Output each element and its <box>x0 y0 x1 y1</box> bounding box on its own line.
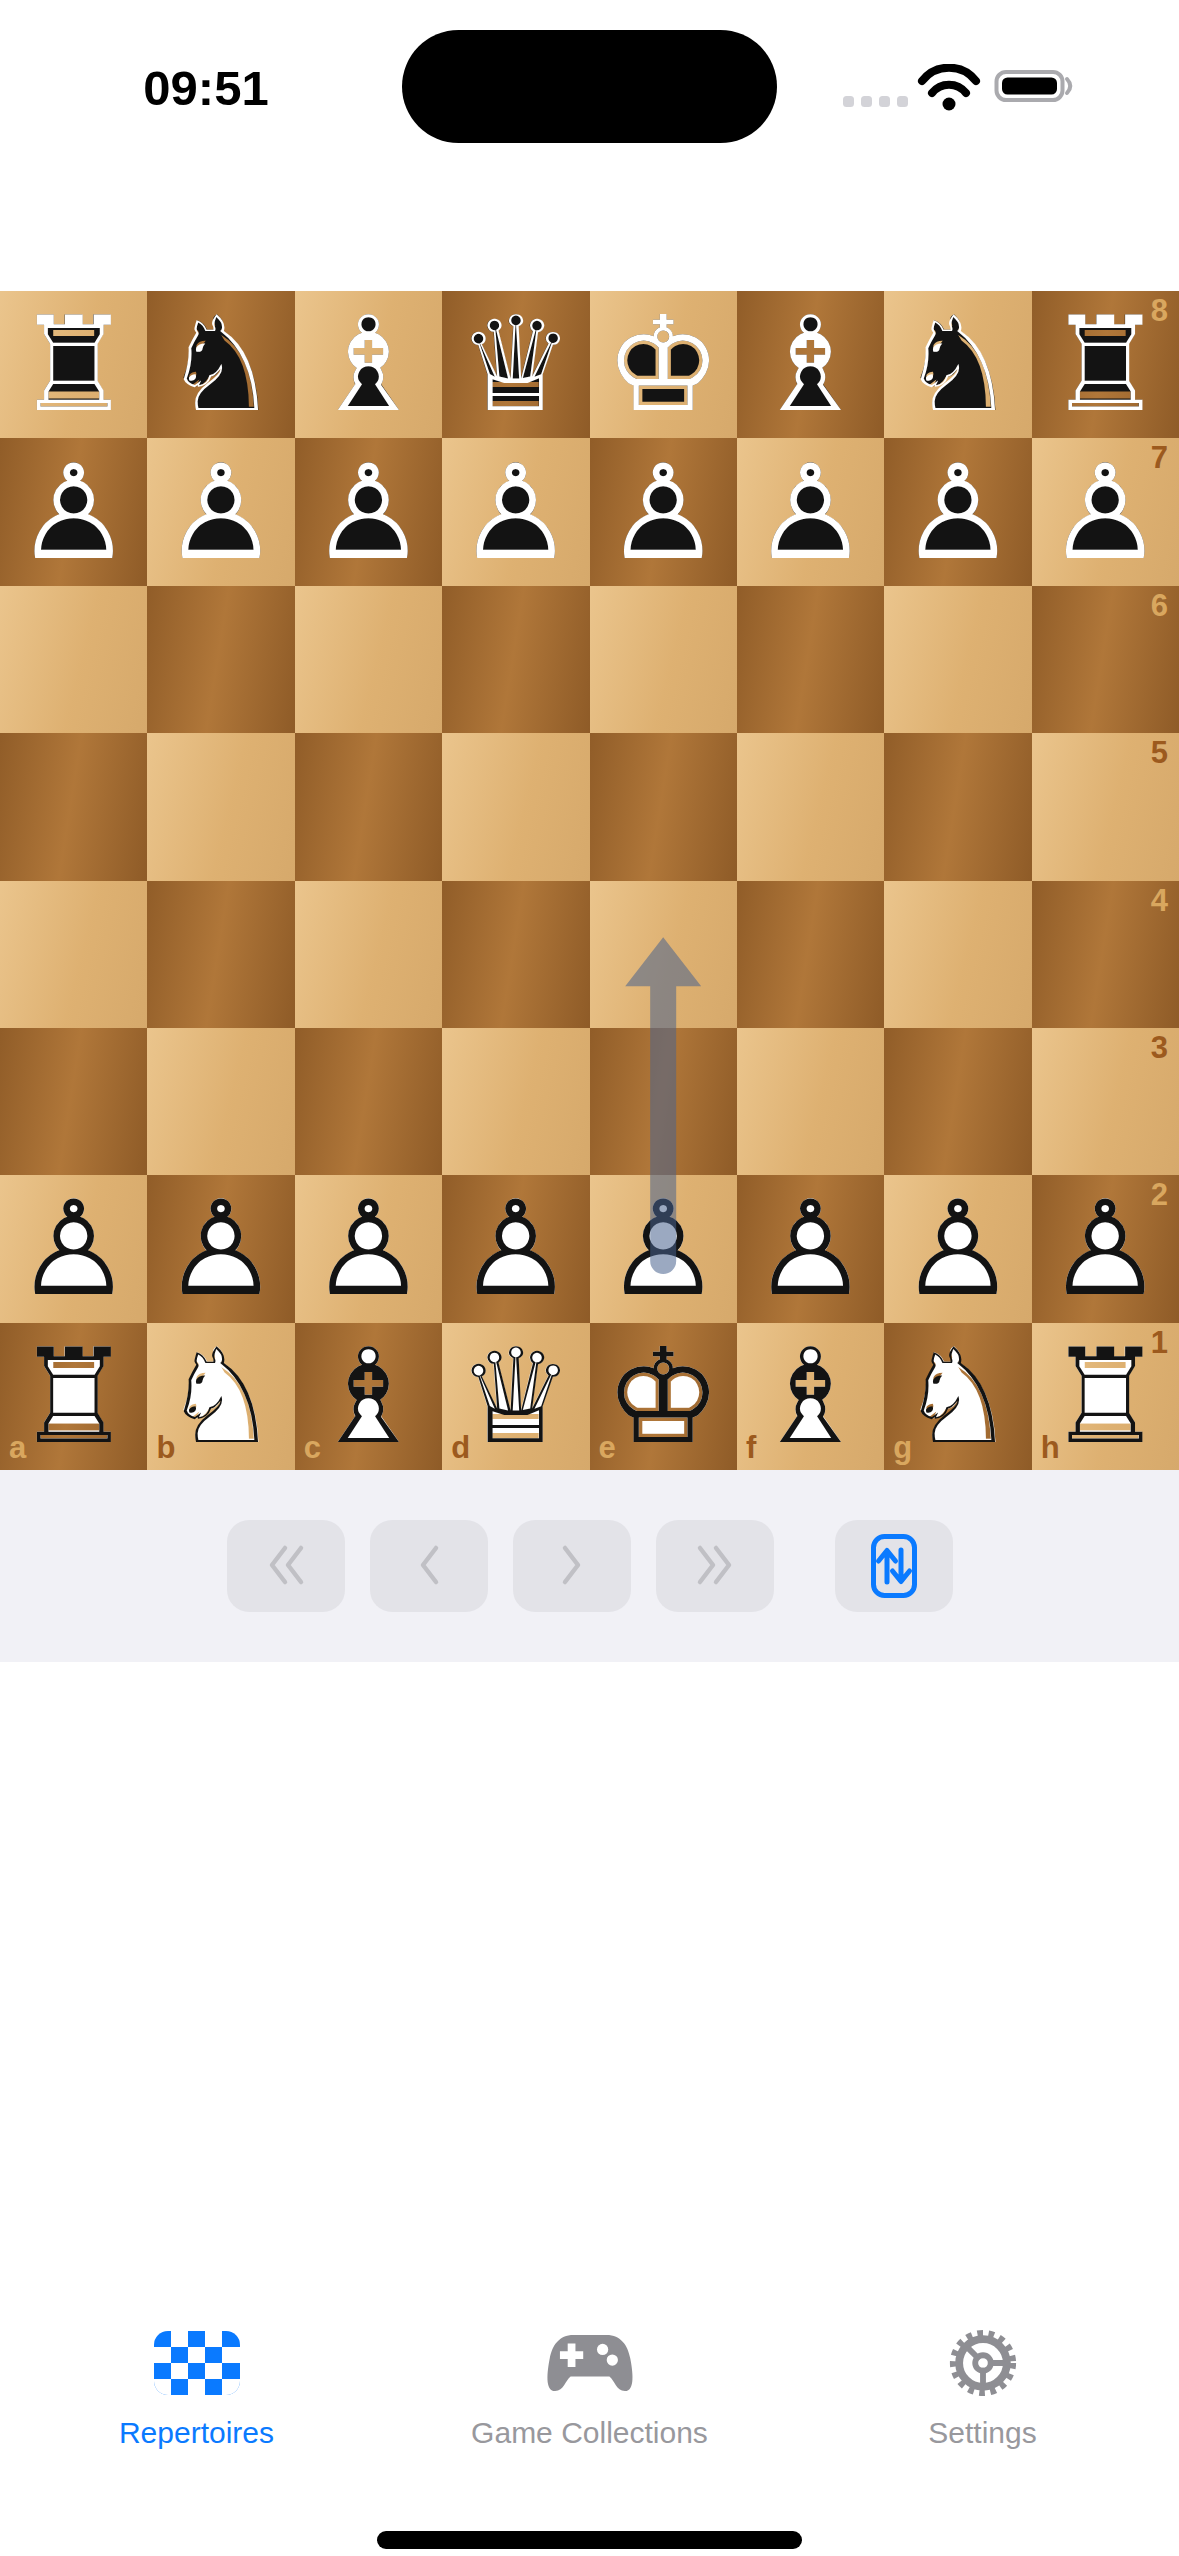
piece-black-bishop-c8: ♝♗ <box>295 291 442 438</box>
tab-game-collections[interactable]: Game Collections <box>393 2300 786 2556</box>
square-c8[interactable]: ♝♗ <box>295 291 442 438</box>
piece-black-pawn-g7: ♟♙ <box>884 438 1031 585</box>
square-g3[interactable] <box>884 1028 1031 1175</box>
skip-to-start-button[interactable] <box>227 1520 345 1612</box>
piece-white-bishop-f1: ♝♗ <box>737 1323 884 1470</box>
move-controls-bar <box>0 1470 1179 1662</box>
square-a3[interactable] <box>0 1028 147 1175</box>
square-h2[interactable]: ♟♙2 <box>1032 1175 1179 1322</box>
rank-label-7: 7 <box>1151 440 1168 476</box>
navigation-bar: Repertoires Test <box>0 160 1179 291</box>
square-f7[interactable]: ♟♙ <box>737 438 884 585</box>
piece-black-pawn-a7: ♟♙ <box>0 438 147 585</box>
square-b6[interactable] <box>147 586 294 733</box>
chevron-right-icon <box>558 1541 586 1592</box>
file-label-h: h <box>1041 1430 1060 1466</box>
file-label-c: c <box>304 1430 321 1466</box>
square-h4[interactable]: 4 <box>1032 881 1179 1028</box>
tab-settings-label: Settings <box>928 2416 1036 2450</box>
file-label-f: f <box>746 1430 756 1466</box>
square-g1[interactable]: ♞♘g <box>884 1323 1031 1470</box>
file-label-e: e <box>599 1430 616 1466</box>
piece-black-king-e8: ♚♔ <box>590 291 737 438</box>
square-e8[interactable]: ♚♔ <box>590 291 737 438</box>
square-f4[interactable] <box>737 881 884 1028</box>
square-h7[interactable]: ♟♙7 <box>1032 438 1179 585</box>
rank-label-1: 1 <box>1151 1325 1168 1361</box>
square-h6[interactable]: 6 <box>1032 586 1179 733</box>
chessboard-icon <box>154 2330 240 2396</box>
piece-white-pawn-c2: ♟♙ <box>295 1175 442 1322</box>
chess-board: ♜♖♞♘♝♗♛♕♚♔♝♗♞♘♜♖8♟♙♟♙♟♙♟♙♟♙♟♙♟♙♟♙76543♟♙… <box>0 291 1179 1470</box>
square-e5[interactable] <box>590 733 737 880</box>
square-a1[interactable]: ♜♖a <box>0 1323 147 1470</box>
square-c3[interactable] <box>295 1028 442 1175</box>
rank-label-5: 5 <box>1151 735 1168 771</box>
piece-black-pawn-c7: ♟♙ <box>295 438 442 585</box>
wifi-icon <box>917 64 981 116</box>
piece-black-pawn-e7: ♟♙ <box>590 438 737 585</box>
tab-repertoires[interactable]: Repertoires <box>0 2300 393 2556</box>
square-e2[interactable]: ♟♙ <box>590 1175 737 1322</box>
square-a8[interactable]: ♜♖ <box>0 291 147 438</box>
piece-black-knight-g8: ♞♘ <box>884 291 1031 438</box>
square-d2[interactable]: ♟♙ <box>442 1175 589 1322</box>
square-g8[interactable]: ♞♘ <box>884 291 1031 438</box>
tab-repertoires-label: Repertoires <box>119 2416 274 2450</box>
double-chevron-right-icon <box>691 1541 739 1592</box>
square-c6[interactable] <box>295 586 442 733</box>
square-a5[interactable] <box>0 733 147 880</box>
square-f1[interactable]: ♝♗f <box>737 1323 884 1470</box>
flip-board-button[interactable] <box>835 1520 953 1612</box>
tab-settings[interactable]: Settings <box>786 2300 1179 2556</box>
piece-black-bishop-f8: ♝♗ <box>737 291 884 438</box>
piece-white-pawn-g2: ♟♙ <box>884 1175 1031 1322</box>
square-e3[interactable] <box>590 1028 737 1175</box>
square-d1[interactable]: ♛♕d <box>442 1323 589 1470</box>
square-g2[interactable]: ♟♙ <box>884 1175 1031 1322</box>
piece-black-knight-b8: ♞♘ <box>147 291 294 438</box>
piece-black-rook-a8: ♜♖ <box>0 291 147 438</box>
square-d3[interactable] <box>442 1028 589 1175</box>
rank-label-8: 8 <box>1151 293 1168 329</box>
flip-board-icon <box>865 1531 923 1601</box>
square-g6[interactable] <box>884 586 1031 733</box>
piece-white-pawn-d2: ♟♙ <box>442 1175 589 1322</box>
file-label-b: b <box>156 1430 175 1466</box>
square-b1[interactable]: ♞♘b <box>147 1323 294 1470</box>
tab-game-collections-label: Game Collections <box>471 2416 708 2450</box>
tab-bar: Repertoires Game Collections Settings <box>0 2300 1179 2556</box>
square-e7[interactable]: ♟♙ <box>590 438 737 585</box>
square-d5[interactable] <box>442 733 589 880</box>
cellular-dots-icon <box>843 96 908 107</box>
piece-white-pawn-e2: ♟♙ <box>590 1175 737 1322</box>
square-f8[interactable]: ♝♗ <box>737 291 884 438</box>
square-f3[interactable] <box>737 1028 884 1175</box>
file-label-a: a <box>9 1430 26 1466</box>
game-controller-icon <box>540 2330 640 2396</box>
square-h5[interactable]: 5 <box>1032 733 1179 880</box>
rank-label-3: 3 <box>1151 1030 1168 1066</box>
piece-black-queen-d8: ♛♕ <box>442 291 589 438</box>
square-g4[interactable] <box>884 881 1031 1028</box>
piece-black-pawn-d7: ♟♙ <box>442 438 589 585</box>
status-bar: 09:51 <box>0 0 1179 160</box>
square-d4[interactable] <box>442 881 589 1028</box>
home-indicator[interactable] <box>377 2531 802 2549</box>
piece-white-pawn-b2: ♟♙ <box>147 1175 294 1322</box>
square-f5[interactable] <box>737 733 884 880</box>
square-b8[interactable]: ♞♘ <box>147 291 294 438</box>
square-e4[interactable] <box>590 881 737 1028</box>
piece-black-pawn-f7: ♟♙ <box>737 438 884 585</box>
previous-move-button[interactable] <box>370 1520 488 1612</box>
rank-label-6: 6 <box>1151 588 1168 624</box>
square-a7[interactable]: ♟♙ <box>0 438 147 585</box>
square-b5[interactable] <box>147 733 294 880</box>
square-f2[interactable]: ♟♙ <box>737 1175 884 1322</box>
square-a6[interactable] <box>0 586 147 733</box>
square-b3[interactable] <box>147 1028 294 1175</box>
square-a2[interactable]: ♟♙ <box>0 1175 147 1322</box>
rank-label-4: 4 <box>1151 883 1168 919</box>
skip-to-end-button[interactable] <box>656 1520 774 1612</box>
gear-icon <box>946 2330 1020 2396</box>
rank-label-2: 2 <box>1151 1177 1168 1213</box>
piece-white-pawn-a2: ♟♙ <box>0 1175 147 1322</box>
square-c7[interactable]: ♟♙ <box>295 438 442 585</box>
piece-black-pawn-b7: ♟♙ <box>147 438 294 585</box>
square-g5[interactable] <box>884 733 1031 880</box>
double-chevron-left-icon <box>262 1541 310 1592</box>
square-h1[interactable]: ♜♖h1 <box>1032 1323 1179 1470</box>
file-label-d: d <box>451 1430 470 1466</box>
square-c4[interactable] <box>295 881 442 1028</box>
square-h8[interactable]: ♜♖8 <box>1032 291 1179 438</box>
next-move-button[interactable] <box>513 1520 631 1612</box>
square-e6[interactable] <box>590 586 737 733</box>
square-a4[interactable] <box>0 881 147 1028</box>
square-c2[interactable]: ♟♙ <box>295 1175 442 1322</box>
square-d6[interactable] <box>442 586 589 733</box>
dynamic-island <box>402 30 777 143</box>
battery-full-icon <box>994 66 1082 110</box>
square-f6[interactable] <box>737 586 884 733</box>
square-h3[interactable]: 3 <box>1032 1028 1179 1175</box>
square-c5[interactable] <box>295 733 442 880</box>
chevron-left-icon <box>415 1541 443 1592</box>
square-d7[interactable]: ♟♙ <box>442 438 589 585</box>
square-b2[interactable]: ♟♙ <box>147 1175 294 1322</box>
square-c1[interactable]: ♝♗c <box>295 1323 442 1470</box>
square-d8[interactable]: ♛♕ <box>442 291 589 438</box>
square-b7[interactable]: ♟♙ <box>147 438 294 585</box>
file-label-g: g <box>893 1430 912 1466</box>
status-time: 09:51 <box>118 60 294 116</box>
square-e1[interactable]: ♚♔e <box>590 1323 737 1470</box>
square-g7[interactable]: ♟♙ <box>884 438 1031 585</box>
piece-white-pawn-f2: ♟♙ <box>737 1175 884 1322</box>
square-b4[interactable] <box>147 881 294 1028</box>
